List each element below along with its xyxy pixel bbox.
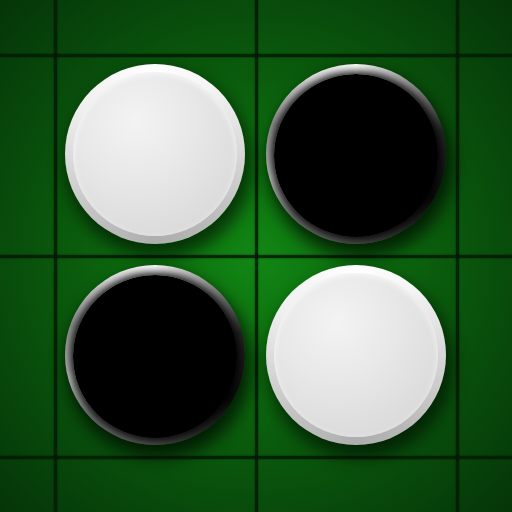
disc-white xyxy=(266,265,446,445)
board-cell-r0c0[interactable] xyxy=(55,55,256,256)
disc-black xyxy=(65,265,245,445)
disc-face xyxy=(274,273,438,437)
reversi-screen xyxy=(0,0,512,512)
board-cell-r1c0[interactable] xyxy=(55,256,256,457)
disc-face xyxy=(274,74,438,237)
reversi-board[interactable] xyxy=(0,0,512,512)
disc-black xyxy=(266,64,446,244)
board-cell-r1c1[interactable] xyxy=(256,256,457,457)
disc-white xyxy=(65,64,245,244)
board-cell-r0c1[interactable] xyxy=(256,55,457,256)
disc-face xyxy=(73,275,237,438)
disc-face xyxy=(73,72,237,236)
